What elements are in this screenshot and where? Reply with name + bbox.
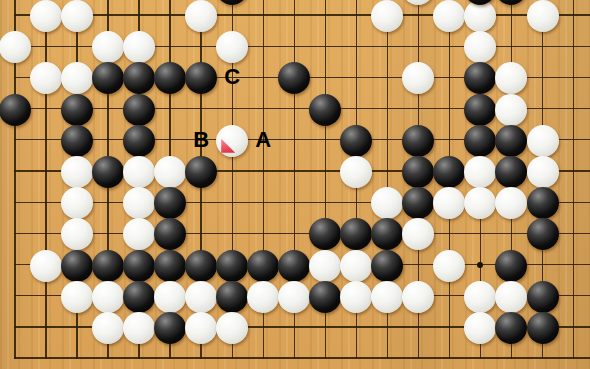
grid-line-horizontal <box>14 233 590 234</box>
white-stone <box>495 94 527 126</box>
white-stone <box>154 156 186 188</box>
white-stone <box>464 281 496 313</box>
white-stone <box>123 312 155 344</box>
white-stone <box>216 312 248 344</box>
white-stone <box>371 281 403 313</box>
white-stone <box>61 0 93 32</box>
white-stone <box>30 0 62 32</box>
black-stone <box>185 156 217 188</box>
black-stone <box>92 250 124 282</box>
black-stone <box>216 281 248 313</box>
black-stone <box>123 125 155 157</box>
white-stone <box>185 0 217 32</box>
black-stone <box>185 250 217 282</box>
white-stone <box>340 281 372 313</box>
label-C[interactable]: C <box>224 66 240 88</box>
black-stone <box>527 312 559 344</box>
black-stone <box>61 125 93 157</box>
black-stone <box>61 250 93 282</box>
black-stone <box>0 94 31 126</box>
white-stone <box>30 250 62 282</box>
white-stone <box>247 281 279 313</box>
white-stone <box>527 0 559 32</box>
black-stone <box>123 250 155 282</box>
white-stone <box>527 125 559 157</box>
black-stone <box>154 250 186 282</box>
black-stone <box>309 281 341 313</box>
white-stone <box>433 250 465 282</box>
white-stone <box>185 312 217 344</box>
grid-line-horizontal <box>14 357 590 359</box>
label-B[interactable]: B <box>193 128 209 150</box>
black-stone <box>154 312 186 344</box>
white-stone <box>123 156 155 188</box>
white-stone <box>154 281 186 313</box>
black-stone <box>247 250 279 282</box>
white-stone <box>92 281 124 313</box>
go-board[interactable]: BAC <box>0 0 590 369</box>
white-stone <box>61 187 93 219</box>
black-stone <box>278 250 310 282</box>
black-stone <box>123 281 155 313</box>
white-stone <box>402 281 434 313</box>
white-stone <box>92 312 124 344</box>
black-stone <box>527 281 559 313</box>
white-stone <box>278 281 310 313</box>
black-stone <box>371 250 403 282</box>
black-stone <box>340 125 372 157</box>
black-stone <box>92 156 124 188</box>
white-stone <box>309 250 341 282</box>
black-stone <box>402 125 434 157</box>
white-stone <box>61 281 93 313</box>
black-stone <box>123 94 155 126</box>
grid-line-vertical <box>45 0 46 359</box>
black-stone <box>495 250 527 282</box>
black-stone <box>527 218 559 250</box>
white-stone <box>185 281 217 313</box>
black-stone <box>61 94 93 126</box>
black-stone <box>309 94 341 126</box>
white-stone <box>340 250 372 282</box>
black-stone <box>216 250 248 282</box>
black-stone <box>464 94 496 126</box>
black-stone <box>464 125 496 157</box>
grid-line-vertical <box>573 0 574 359</box>
white-stone <box>527 156 559 188</box>
white-stone <box>61 156 93 188</box>
black-stone <box>527 187 559 219</box>
label-A[interactable]: A <box>255 128 271 150</box>
grid-line-horizontal <box>14 14 590 15</box>
